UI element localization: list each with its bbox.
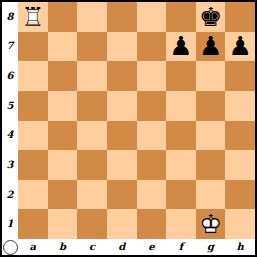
- rank-label-2: 2: [2, 180, 18, 210]
- turn-indicator-area: [2, 239, 18, 255]
- square-c6[interactable]: [77, 61, 107, 91]
- file-label-d: d: [107, 239, 137, 255]
- square-e2[interactable]: [137, 180, 167, 210]
- square-d7[interactable]: [107, 32, 137, 62]
- square-h5[interactable]: [225, 91, 255, 121]
- black-pawn: ♟: [168, 32, 194, 60]
- square-g3[interactable]: [196, 150, 226, 180]
- square-a1[interactable]: [18, 209, 48, 239]
- rank-label-5: 5: [2, 91, 18, 121]
- square-b8[interactable]: [48, 2, 78, 32]
- square-d2[interactable]: [107, 180, 137, 210]
- rank-label-8: 8: [2, 2, 18, 32]
- square-g6[interactable]: [196, 61, 226, 91]
- black-pawn: ♟: [227, 32, 253, 60]
- square-b1[interactable]: [48, 209, 78, 239]
- square-g7[interactable]: ♟: [196, 32, 226, 62]
- square-h7[interactable]: ♟: [225, 32, 255, 62]
- chess-board: ♜♖♚♟♟♟♚♔: [18, 2, 255, 239]
- square-h4[interactable]: [225, 121, 255, 151]
- file-label-f: f: [166, 239, 196, 255]
- square-b5[interactable]: [48, 91, 78, 121]
- square-h6[interactable]: [225, 61, 255, 91]
- rank-label-3: 3: [2, 150, 18, 180]
- file-labels: abcdefgh: [18, 239, 255, 255]
- square-g5[interactable]: [196, 91, 226, 121]
- white-rook: ♜♖: [20, 3, 46, 31]
- square-e7[interactable]: [137, 32, 167, 62]
- square-e5[interactable]: [137, 91, 167, 121]
- square-e1[interactable]: [137, 209, 167, 239]
- file-label-b: b: [48, 239, 78, 255]
- black-pawn: ♟: [198, 32, 224, 60]
- square-d8[interactable]: [107, 2, 137, 32]
- square-f6[interactable]: [166, 61, 196, 91]
- square-a3[interactable]: [18, 150, 48, 180]
- square-a7[interactable]: [18, 32, 48, 62]
- square-h2[interactable]: [225, 180, 255, 210]
- square-a8[interactable]: ♜♖: [18, 2, 48, 32]
- square-c3[interactable]: [77, 150, 107, 180]
- file-label-e: e: [137, 239, 167, 255]
- square-f7[interactable]: ♟: [166, 32, 196, 62]
- square-c7[interactable]: [77, 32, 107, 62]
- square-g2[interactable]: [196, 180, 226, 210]
- black-king: ♚: [198, 3, 224, 31]
- square-e3[interactable]: [137, 150, 167, 180]
- file-label-c: c: [77, 239, 107, 255]
- square-a6[interactable]: [18, 61, 48, 91]
- square-d5[interactable]: [107, 91, 137, 121]
- square-c5[interactable]: [77, 91, 107, 121]
- square-f2[interactable]: [166, 180, 196, 210]
- square-g4[interactable]: [196, 121, 226, 151]
- square-b7[interactable]: [48, 32, 78, 62]
- square-f3[interactable]: [166, 150, 196, 180]
- square-c2[interactable]: [77, 180, 107, 210]
- square-b6[interactable]: [48, 61, 78, 91]
- square-h3[interactable]: [225, 150, 255, 180]
- square-h1[interactable]: [225, 209, 255, 239]
- square-e6[interactable]: [137, 61, 167, 91]
- square-c4[interactable]: [77, 121, 107, 151]
- square-d1[interactable]: [107, 209, 137, 239]
- rank-label-6: 6: [2, 61, 18, 91]
- file-label-g: g: [196, 239, 226, 255]
- rank-label-7: 7: [2, 32, 18, 62]
- white-king: ♚♔: [198, 210, 224, 238]
- square-g1[interactable]: ♚♔: [196, 209, 226, 239]
- square-g8[interactable]: ♚: [196, 2, 226, 32]
- square-f8[interactable]: [166, 2, 196, 32]
- square-c8[interactable]: [77, 2, 107, 32]
- square-f5[interactable]: [166, 91, 196, 121]
- rank-label-4: 4: [2, 121, 18, 151]
- chess-diagram: 87654321 ♜♖♚♟♟♟♚♔ abcdefgh: [0, 0, 257, 257]
- square-b3[interactable]: [48, 150, 78, 180]
- file-label-a: a: [18, 239, 48, 255]
- square-h8[interactable]: [225, 2, 255, 32]
- square-e8[interactable]: [137, 2, 167, 32]
- square-d3[interactable]: [107, 150, 137, 180]
- square-d4[interactable]: [107, 121, 137, 151]
- square-b4[interactable]: [48, 121, 78, 151]
- square-a2[interactable]: [18, 180, 48, 210]
- square-f4[interactable]: [166, 121, 196, 151]
- square-c1[interactable]: [77, 209, 107, 239]
- square-f1[interactable]: [166, 209, 196, 239]
- square-d6[interactable]: [107, 61, 137, 91]
- white-to-move-indicator-icon: [3, 240, 18, 255]
- rank-label-1: 1: [2, 209, 18, 239]
- square-b2[interactable]: [48, 180, 78, 210]
- file-label-h: h: [225, 239, 255, 255]
- square-e4[interactable]: [137, 121, 167, 151]
- square-a4[interactable]: [18, 121, 48, 151]
- rank-labels: 87654321: [2, 2, 18, 239]
- square-a5[interactable]: [18, 91, 48, 121]
